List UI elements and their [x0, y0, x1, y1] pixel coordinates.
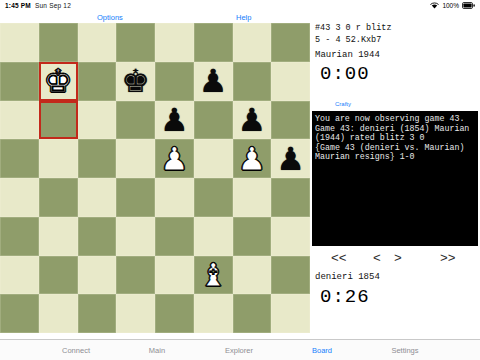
piece-white-bishop: ♝ [194, 256, 233, 295]
status-time-date: 1:45 PMSun Sep 12 [5, 2, 71, 9]
square-f5[interactable] [194, 139, 233, 178]
square-a3[interactable] [0, 217, 39, 256]
status-bar: 1:45 PMSun Sep 12 100% [0, 0, 480, 11]
square-f6[interactable] [194, 101, 233, 140]
tab-settings[interactable]: Settings [391, 346, 418, 355]
square-f7[interactable]: ♟ [194, 62, 233, 101]
next-move-button[interactable]: > [394, 251, 402, 266]
square-c6[interactable] [78, 101, 117, 140]
square-e6[interactable]: ♟ [155, 101, 194, 140]
square-g6[interactable]: ♟ [233, 101, 272, 140]
square-a1[interactable] [0, 294, 39, 333]
square-b8[interactable] [39, 23, 78, 62]
white-player-clock: 0:26 [320, 286, 370, 308]
piece-white-king: ♚ [39, 62, 78, 101]
prev-move-button[interactable]: < [373, 251, 381, 266]
black-player-name: Maurian 1944 [315, 50, 380, 60]
square-d2[interactable] [116, 256, 155, 295]
tab-explorer[interactable]: Explorer [225, 346, 253, 355]
square-e5[interactable]: ♟ [155, 139, 194, 178]
tab-board[interactable]: Board [312, 346, 332, 355]
square-a7[interactable] [0, 62, 39, 101]
console-line-2: Game 43: denieri (1854) Maurian [315, 124, 478, 134]
square-e2[interactable] [155, 256, 194, 295]
square-h7[interactable] [271, 62, 310, 101]
square-c4[interactable] [78, 178, 117, 217]
square-b7[interactable]: ♚ [39, 62, 78, 101]
square-f3[interactable] [194, 217, 233, 256]
square-d8[interactable] [116, 23, 155, 62]
square-b3[interactable] [39, 217, 78, 256]
battery-icon [462, 2, 475, 9]
first-move-button[interactable]: << [331, 251, 347, 266]
square-h2[interactable] [271, 256, 310, 295]
square-d7[interactable]: ♚ [116, 62, 155, 101]
square-c5[interactable] [78, 139, 117, 178]
server-console[interactable]: You are now observing game 43.Game 43: d… [312, 111, 478, 246]
square-g5[interactable]: ♟ [233, 139, 272, 178]
square-f8[interactable] [194, 23, 233, 62]
piece-black-pawn: ♟ [155, 101, 194, 140]
status-time: 1:45 PM [5, 2, 31, 9]
game-info-line2: 5 - 4 52.Kxb7 [315, 35, 381, 45]
square-f1[interactable] [194, 294, 233, 333]
square-f4[interactable] [194, 178, 233, 217]
tab-connect[interactable]: Connect [62, 346, 90, 355]
square-a2[interactable] [0, 256, 39, 295]
square-c8[interactable] [78, 23, 117, 62]
square-c7[interactable] [78, 62, 117, 101]
square-a8[interactable] [0, 23, 39, 62]
square-e1[interactable] [155, 294, 194, 333]
black-player-clock: 0:00 [320, 63, 370, 85]
piece-black-king: ♚ [116, 62, 155, 101]
square-h4[interactable] [271, 178, 310, 217]
wifi-icon [430, 2, 439, 9]
help-button[interactable]: Help [236, 13, 251, 22]
square-c1[interactable] [78, 294, 117, 333]
square-g8[interactable] [233, 23, 272, 62]
square-d6[interactable] [116, 101, 155, 140]
square-h8[interactable] [271, 23, 310, 62]
console-line-1: You are now observing game 43. [315, 114, 478, 124]
square-b1[interactable] [39, 294, 78, 333]
console-line-4: {Game 43 (denieri vs. Maurian) [315, 143, 478, 153]
square-a6[interactable] [0, 101, 39, 140]
piece-white-pawn: ♟ [155, 139, 194, 178]
last-move-button[interactable]: >> [440, 251, 456, 266]
piece-white-pawn: ♟ [233, 139, 272, 178]
game-panel: #43 3 0 r blitz 5 - 4 52.Kxb7 Maurian 19… [311, 11, 480, 340]
square-d1[interactable] [116, 294, 155, 333]
square-d4[interactable] [116, 178, 155, 217]
piece-black-pawn: ♟ [271, 139, 310, 178]
square-a4[interactable] [0, 178, 39, 217]
square-g7[interactable] [233, 62, 272, 101]
square-e8[interactable] [155, 23, 194, 62]
status-date: Sun Sep 12 [35, 2, 71, 9]
square-a5[interactable] [0, 139, 39, 178]
square-g3[interactable] [233, 217, 272, 256]
console-line-5: Maurian resigns} 1-0 [315, 152, 478, 162]
square-c3[interactable] [78, 217, 117, 256]
square-h3[interactable] [271, 217, 310, 256]
app-screen: 1:45 PMSun Sep 12 100% Options Help Acti… [0, 0, 480, 360]
tab-bar: ConnectMainExplorerBoardSettings [0, 339, 480, 360]
square-d5[interactable] [116, 139, 155, 178]
square-e4[interactable] [155, 178, 194, 217]
chess-board: ♚♚♟♟♟♟♟♟♝ [0, 23, 310, 333]
square-c2[interactable] [78, 256, 117, 295]
square-b5[interactable] [39, 139, 78, 178]
console-line-3: (1944) rated blitz 3 0 [315, 133, 478, 143]
square-h1[interactable] [271, 294, 310, 333]
battery-percent: 100% [442, 2, 459, 9]
piece-black-pawn: ♟ [194, 62, 233, 101]
square-f2[interactable]: ♝ [194, 256, 233, 295]
piece-black-pawn: ♟ [233, 101, 272, 140]
square-d3[interactable] [116, 217, 155, 256]
tab-main[interactable]: Main [149, 346, 165, 355]
white-player-name: denieri 1854 [315, 272, 380, 282]
square-b4[interactable] [39, 178, 78, 217]
square-h6[interactable] [271, 101, 310, 140]
square-b6[interactable] [39, 101, 78, 140]
square-g2[interactable] [233, 256, 272, 295]
square-e3[interactable] [155, 217, 194, 256]
square-b2[interactable] [39, 256, 78, 295]
square-g1[interactable] [233, 294, 272, 333]
square-g4[interactable] [233, 178, 272, 217]
engine-link[interactable]: Crafty [335, 101, 351, 107]
options-button[interactable]: Options [97, 13, 123, 22]
game-info-line1: #43 3 0 r blitz [315, 23, 392, 33]
square-e7[interactable] [155, 62, 194, 101]
status-right-cluster: 100% [430, 2, 475, 9]
square-h5[interactable]: ♟ [271, 139, 310, 178]
